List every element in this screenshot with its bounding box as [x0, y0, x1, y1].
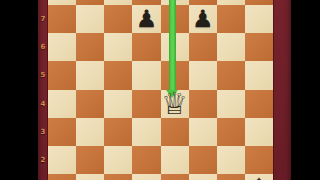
rank-label-3: 3 [38, 128, 48, 136]
black-pawn-f7[interactable]: ♟ [189, 5, 217, 33]
square-c4[interactable] [104, 90, 132, 118]
square-g1[interactable] [217, 174, 245, 180]
square-c6[interactable] [104, 33, 132, 61]
square-f6[interactable] [189, 33, 217, 61]
square-e1[interactable] [161, 174, 189, 180]
square-h5[interactable] [245, 61, 273, 89]
square-b1[interactable] [76, 174, 104, 180]
threat-arrow-line [169, 0, 176, 91]
square-a5[interactable] [48, 61, 76, 89]
square-a4[interactable] [48, 90, 76, 118]
square-a3[interactable] [48, 118, 76, 146]
square-h3[interactable] [245, 118, 273, 146]
square-g5[interactable] [217, 61, 245, 89]
square-d2[interactable] [132, 146, 160, 174]
square-d1[interactable] [132, 174, 160, 180]
square-b7[interactable] [76, 5, 104, 33]
square-f5[interactable] [189, 61, 217, 89]
rank-label-2: 2 [38, 156, 48, 164]
rank-label-6: 6 [38, 43, 48, 51]
white-king-h1[interactable]: ♔ [245, 174, 273, 180]
square-h6[interactable] [245, 33, 273, 61]
square-f4[interactable] [189, 90, 217, 118]
square-h4[interactable] [245, 90, 273, 118]
rank-label-7: 7 [38, 15, 48, 23]
chess-board: 87654321 ♜♚♟♟♕♔ [48, 0, 273, 180]
square-b2[interactable] [76, 146, 104, 174]
chess-app-viewport: 87654321 ♜♚♟♟♕♔ [0, 0, 320, 180]
square-c5[interactable] [104, 61, 132, 89]
square-g6[interactable] [217, 33, 245, 61]
square-f1[interactable] [189, 174, 217, 180]
square-d4[interactable] [132, 90, 160, 118]
square-g4[interactable] [217, 90, 245, 118]
square-f2[interactable] [189, 146, 217, 174]
square-a2[interactable] [48, 146, 76, 174]
square-e2[interactable] [161, 146, 189, 174]
square-g2[interactable] [217, 146, 245, 174]
rank-label-5: 5 [38, 71, 48, 79]
white-queen-e4[interactable]: ♕ [161, 90, 189, 118]
square-a6[interactable] [48, 33, 76, 61]
square-b4[interactable] [76, 90, 104, 118]
rank-label-4: 4 [38, 100, 48, 108]
square-c3[interactable] [104, 118, 132, 146]
square-b6[interactable] [76, 33, 104, 61]
square-b3[interactable] [76, 118, 104, 146]
square-h2[interactable] [245, 146, 273, 174]
square-b5[interactable] [76, 61, 104, 89]
board-frame: 87654321 ♜♚♟♟♕♔ [38, 0, 291, 180]
square-d5[interactable] [132, 61, 160, 89]
square-g3[interactable] [217, 118, 245, 146]
square-c1[interactable] [104, 174, 132, 180]
square-c2[interactable] [104, 146, 132, 174]
square-d3[interactable] [132, 118, 160, 146]
square-a1[interactable] [48, 174, 76, 180]
square-g7[interactable] [217, 5, 245, 33]
square-d6[interactable] [132, 33, 160, 61]
square-c7[interactable] [104, 5, 132, 33]
square-e3[interactable] [161, 118, 189, 146]
square-a7[interactable] [48, 5, 76, 33]
black-pawn-d7[interactable]: ♟ [132, 5, 160, 33]
square-h7[interactable] [245, 5, 273, 33]
square-f3[interactable] [189, 118, 217, 146]
